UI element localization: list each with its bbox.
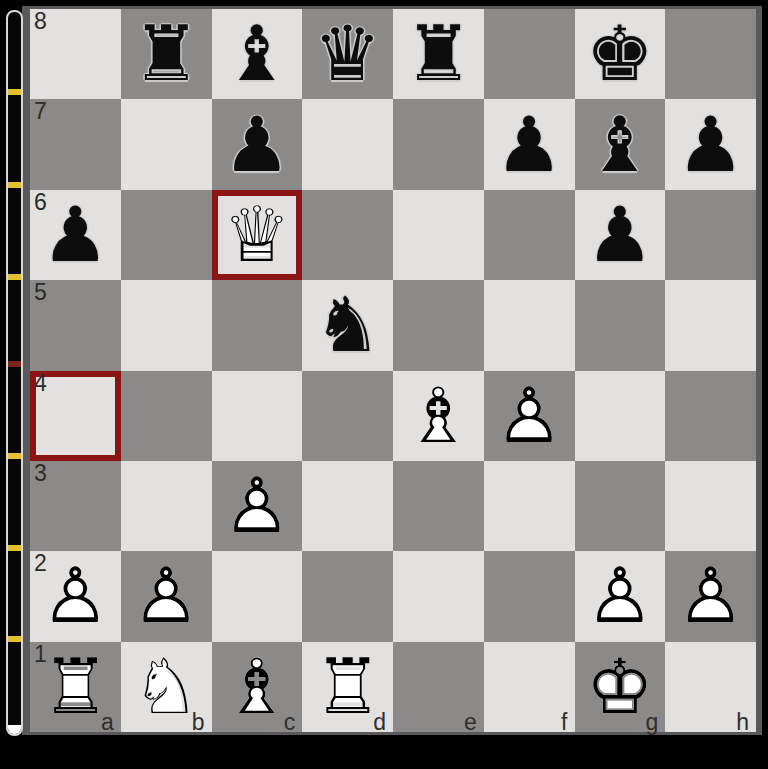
square-d3[interactable] [302,461,393,551]
square-a8[interactable]: 8 [30,9,121,99]
square-h7[interactable]: ♟ [665,99,756,189]
piece-black-king[interactable]: ♚ [575,9,666,99]
square-f3[interactable] [484,461,575,551]
square-g5[interactable] [575,280,666,370]
square-a2[interactable]: 2♟♙ [30,551,121,641]
file-label-b: b [192,710,205,735]
square-e2[interactable] [393,551,484,641]
piece-black-knight[interactable]: ♞ [302,280,393,370]
square-c7[interactable]: ♟ [212,99,303,189]
square-e4[interactable]: ♝♗ [393,371,484,461]
progress-tick [8,361,21,367]
file-label-f: f [561,710,567,735]
square-d4[interactable] [302,371,393,461]
piece-white-pawn[interactable]: ♟♙ [121,551,212,641]
square-f4[interactable]: ♟♙ [484,371,575,461]
square-c2[interactable] [212,551,303,641]
piece-white-pawn[interactable]: ♟♙ [665,551,756,641]
square-a7[interactable]: 7 [30,99,121,189]
piece-black-bishop[interactable]: ♝ [575,99,666,189]
rank-label-4: 4 [34,371,47,396]
progress-tick [8,545,21,551]
square-e6[interactable] [393,190,484,280]
piece-glyph-outline: ♙ [484,371,575,461]
piece-white-pawn[interactable]: ♟♙ [575,551,666,641]
progress-tick [8,453,21,459]
piece-black-bishop[interactable]: ♝ [212,9,303,99]
square-h3[interactable] [665,461,756,551]
square-g2[interactable]: ♟♙ [575,551,666,641]
square-f2[interactable] [484,551,575,641]
square-a4[interactable]: 4 [30,371,121,461]
piece-white-pawn[interactable]: ♟♙ [212,461,303,551]
square-a6[interactable]: 6♟ [30,190,121,280]
square-b4[interactable] [121,371,212,461]
piece-glyph: ♝ [575,99,666,189]
piece-black-pawn[interactable]: ♟ [484,99,575,189]
square-e3[interactable] [393,461,484,551]
piece-glyph: ♛ [302,9,393,99]
square-d5[interactable]: ♞ [302,280,393,370]
file-label-h: h [736,710,749,735]
piece-glyph: ♟ [484,99,575,189]
piece-black-rook[interactable]: ♜ [393,9,484,99]
chess-board: 8♜♝♛♜♚7♟♟♝♟6♟♛♕♟5♞4♝♗♟♙3♟♙2♟♙♟♙♟♙♟♙1a♜♖b… [30,9,756,732]
progress-tick [8,182,21,188]
square-h2[interactable]: ♟♙ [665,551,756,641]
piece-glyph: ♟ [212,99,303,189]
piece-black-pawn[interactable]: ♟ [575,190,666,280]
file-label-c: c [284,710,296,735]
square-b1[interactable]: b♞♘ [121,642,212,732]
square-h5[interactable] [665,280,756,370]
piece-glyph-outline: ♙ [121,551,212,641]
progress-tick [8,274,21,280]
square-f8[interactable] [484,9,575,99]
square-h8[interactable] [665,9,756,99]
square-c8[interactable]: ♝ [212,9,303,99]
piece-white-pawn[interactable]: ♟♙ [484,371,575,461]
piece-black-queen[interactable]: ♛ [302,9,393,99]
square-h4[interactable] [665,371,756,461]
rank-label-7: 7 [34,99,47,124]
square-a1[interactable]: 1a♜♖ [30,642,121,732]
square-f7[interactable]: ♟ [484,99,575,189]
piece-glyph: ♝ [212,9,303,99]
piece-glyph: ♜ [393,9,484,99]
piece-glyph: ♞ [302,280,393,370]
square-e8[interactable]: ♜ [393,9,484,99]
rank-label-2: 2 [34,551,47,576]
piece-glyph-outline: ♙ [665,551,756,641]
rank-label-1: 1 [34,642,47,667]
file-label-e: e [464,710,477,735]
progress-tick [8,89,21,95]
piece-glyph-outline: ♙ [575,551,666,641]
piece-glyph: ♜ [121,9,212,99]
piece-black-pawn[interactable]: ♟ [212,99,303,189]
square-c1[interactable]: c♝♗ [212,642,303,732]
square-b7[interactable] [121,99,212,189]
move-progress-bar[interactable] [6,10,23,736]
square-g3[interactable] [575,461,666,551]
square-g8[interactable]: ♚ [575,9,666,99]
square-b6[interactable] [121,190,212,280]
square-f1[interactable]: f [484,642,575,732]
piece-black-rook[interactable]: ♜ [121,9,212,99]
square-a5[interactable]: 5 [30,280,121,370]
file-label-g: g [645,710,658,735]
file-label-d: d [373,710,386,735]
piece-glyph: ♚ [575,9,666,99]
square-h6[interactable] [665,190,756,280]
piece-glyph-outline: ♗ [393,371,484,461]
square-b8[interactable]: ♜ [121,9,212,99]
piece-white-bishop[interactable]: ♝♗ [393,371,484,461]
square-b2[interactable]: ♟♙ [121,551,212,641]
square-f6[interactable] [484,190,575,280]
piece-glyph-outline: ♕ [212,190,303,280]
rank-label-3: 3 [34,461,47,486]
rank-label-8: 8 [34,9,47,34]
square-f5[interactable] [484,280,575,370]
piece-white-queen[interactable]: ♛♕ [212,190,303,280]
square-g1[interactable]: g♚♔ [575,642,666,732]
square-g6[interactable]: ♟ [575,190,666,280]
piece-glyph: ♟ [575,190,666,280]
square-e7[interactable] [393,99,484,189]
square-b3[interactable] [121,461,212,551]
square-a3[interactable]: 3 [30,461,121,551]
square-d7[interactable] [302,99,393,189]
square-h1[interactable]: h [665,642,756,732]
piece-glyph-outline: ♙ [212,461,303,551]
square-d6[interactable] [302,190,393,280]
square-c3[interactable]: ♟♙ [212,461,303,551]
square-g4[interactable] [575,371,666,461]
progress-tick [8,636,21,642]
rank-label-6: 6 [34,190,47,215]
file-label-a: a [101,710,114,735]
square-d8[interactable]: ♛ [302,9,393,99]
square-d1[interactable]: d♜♖ [302,642,393,732]
square-g7[interactable]: ♝ [575,99,666,189]
square-c6[interactable]: ♛♕ [212,190,303,280]
square-c4[interactable] [212,371,303,461]
square-e5[interactable] [393,280,484,370]
square-e1[interactable]: e [393,642,484,732]
progress-tip [8,725,21,734]
square-c5[interactable] [212,280,303,370]
square-b5[interactable] [121,280,212,370]
piece-black-pawn[interactable]: ♟ [665,99,756,189]
rank-label-5: 5 [34,280,47,305]
square-d2[interactable] [302,551,393,641]
piece-glyph: ♟ [665,99,756,189]
